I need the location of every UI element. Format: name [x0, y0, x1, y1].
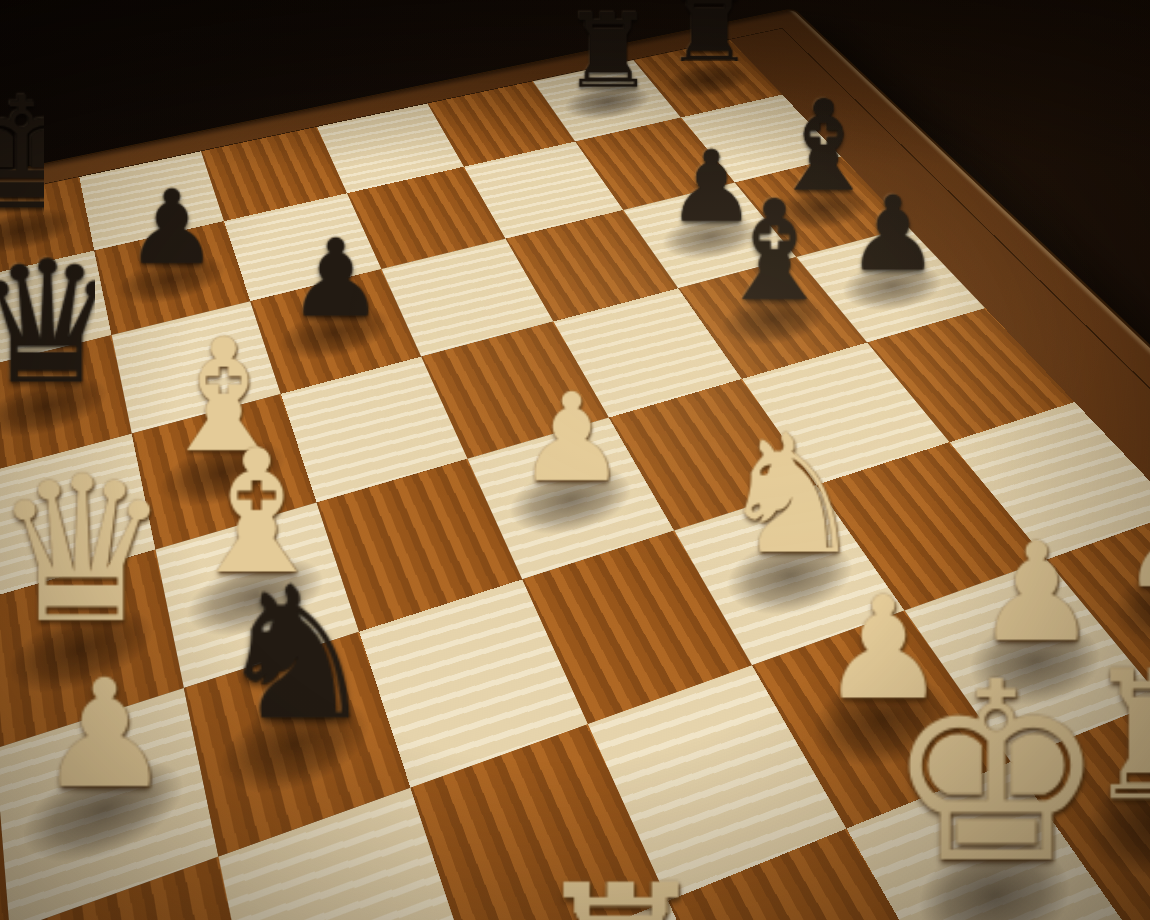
square-f1[interactable]: ♚	[846, 762, 1141, 920]
piece-black-king-b8[interactable]: ♚	[0, 76, 99, 231]
piece-white-pawn-e4[interactable]: ♟	[475, 378, 667, 500]
piece-black-rook-g8[interactable]: ♜	[540, 0, 677, 102]
board-grid: ♚♜♜♟♟♛♟♟♝♝♝♟♛♝♟♟♞♞♟♟♟♜♚♜	[0, 29, 1150, 920]
square-d1[interactable]: ♜	[474, 901, 769, 920]
piece-white-king-f1[interactable]: ♚	[872, 648, 1120, 896]
chess-board: ♚♜♜♟♟♛♟♟♝♝♝♟♛♝♟♟♞♞♟♟♟♜♚♜	[0, 29, 1150, 920]
perspective-scene: ♚♜♜♟♟♛♟♟♝♝♝♟♛♝♟♟♞♞♟♟♟♜♚♜	[0, 0, 1150, 920]
piece-white-knight-f3[interactable]: ♞	[689, 412, 892, 576]
square-e4[interactable]: ♟	[467, 418, 674, 580]
piece-white-pawn-b3[interactable]: ♟	[0, 660, 222, 810]
piece-black-bishop-g5[interactable]: ♝	[691, 181, 858, 319]
piece-white-queen-b4[interactable]: ♛	[0, 449, 188, 650]
piece-black-queen-b6[interactable]: ♛	[0, 238, 137, 407]
tabletop-photo: ♚♜♜♟♟♛♟♟♝♝♝♟♛♝♟♟♞♞♟♟♟♜♚♜	[0, 0, 1150, 920]
piece-white-rook-d1[interactable]: ♜	[485, 857, 756, 920]
